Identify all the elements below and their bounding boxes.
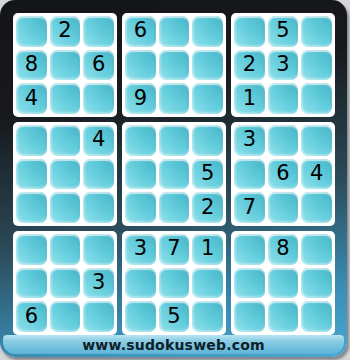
cell-r5c5[interactable]	[159, 159, 190, 190]
cell-r5c9[interactable]: 4	[301, 159, 332, 190]
cell-r3c4[interactable]: 9	[125, 83, 156, 114]
cell-r6c9[interactable]	[301, 192, 332, 223]
cell-r7c1[interactable]	[16, 234, 47, 265]
cell-r6c6[interactable]: 2	[192, 192, 223, 223]
cell-r8c2[interactable]	[50, 268, 81, 299]
cell-r2c9[interactable]	[301, 50, 332, 81]
footer-band: www.sudokusweb.com	[3, 335, 344, 354]
cell-r4c7[interactable]: 3	[234, 125, 265, 156]
box-3-1: 36	[13, 231, 117, 335]
box-2-1: 4	[13, 122, 117, 226]
cell-r9c5[interactable]: 5	[159, 301, 190, 332]
cell-r6c4[interactable]	[125, 192, 156, 223]
cell-r6c7[interactable]: 7	[234, 192, 265, 223]
cell-r2c7[interactable]: 2	[234, 50, 265, 81]
cell-r3c8[interactable]	[268, 83, 299, 114]
cell-r8c6[interactable]	[192, 268, 223, 299]
cell-r5c4[interactable]	[125, 159, 156, 190]
cell-r6c8[interactable]	[268, 192, 299, 223]
cell-r7c2[interactable]	[50, 234, 81, 265]
cell-r8c3[interactable]: 3	[83, 268, 114, 299]
cell-r1c6[interactable]	[192, 16, 223, 47]
cell-r2c6[interactable]	[192, 50, 223, 81]
cell-r8c1[interactable]	[16, 268, 47, 299]
cell-r4c2[interactable]	[50, 125, 81, 156]
cell-r6c2[interactable]	[50, 192, 81, 223]
cell-r9c7[interactable]	[234, 301, 265, 332]
box-2-3: 3647	[231, 122, 335, 226]
cell-r3c1[interactable]: 4	[16, 83, 47, 114]
cell-r9c9[interactable]	[301, 301, 332, 332]
cell-r9c2[interactable]	[50, 301, 81, 332]
cell-r9c1[interactable]: 6	[16, 301, 47, 332]
cell-r8c5[interactable]	[159, 268, 190, 299]
cell-r7c9[interactable]	[301, 234, 332, 265]
cell-r9c6[interactable]	[192, 301, 223, 332]
cell-r1c2[interactable]: 2	[50, 16, 81, 47]
cell-r8c7[interactable]	[234, 268, 265, 299]
cell-r4c6[interactable]	[192, 125, 223, 156]
box-3-2: 3715	[122, 231, 226, 335]
cell-r7c4[interactable]: 3	[125, 234, 156, 265]
cell-r5c3[interactable]	[83, 159, 114, 190]
cell-r1c8[interactable]: 5	[268, 16, 299, 47]
cell-r4c9[interactable]	[301, 125, 332, 156]
cell-r9c3[interactable]	[83, 301, 114, 332]
cell-r7c7[interactable]	[234, 234, 265, 265]
cell-r2c3[interactable]: 6	[83, 50, 114, 81]
cell-r9c4[interactable]	[125, 301, 156, 332]
cell-r6c3[interactable]	[83, 192, 114, 223]
cell-r5c6[interactable]: 5	[192, 159, 223, 190]
cell-r4c5[interactable]	[159, 125, 190, 156]
cell-r5c8[interactable]: 6	[268, 159, 299, 190]
cell-r8c4[interactable]	[125, 268, 156, 299]
website-url: www.sudokusweb.com	[82, 337, 265, 353]
sudoku-board: 286469523145236473637158 www.sudokusweb.…	[0, 0, 347, 357]
cell-r3c5[interactable]	[159, 83, 190, 114]
cell-r1c7[interactable]	[234, 16, 265, 47]
cell-r8c9[interactable]	[301, 268, 332, 299]
cell-r1c4[interactable]: 6	[125, 16, 156, 47]
cell-r2c5[interactable]	[159, 50, 190, 81]
cell-r4c3[interactable]: 4	[83, 125, 114, 156]
cell-r3c7[interactable]: 1	[234, 83, 265, 114]
box-1-3: 5231	[231, 13, 335, 117]
cell-r5c1[interactable]	[16, 159, 47, 190]
cell-r2c2[interactable]	[50, 50, 81, 81]
cell-r4c1[interactable]	[16, 125, 47, 156]
cell-r5c2[interactable]	[50, 159, 81, 190]
cell-r2c8[interactable]: 3	[268, 50, 299, 81]
cell-r1c1[interactable]	[16, 16, 47, 47]
sudoku-grid: 286469523145236473637158	[13, 13, 334, 335]
cell-r5c7[interactable]	[234, 159, 265, 190]
cell-r6c5[interactable]	[159, 192, 190, 223]
cell-r2c1[interactable]: 8	[16, 50, 47, 81]
cell-r3c3[interactable]	[83, 83, 114, 114]
box-1-1: 2864	[13, 13, 117, 117]
cell-r1c9[interactable]	[301, 16, 332, 47]
box-3-3: 8	[231, 231, 335, 335]
cell-r9c8[interactable]	[268, 301, 299, 332]
cell-r7c6[interactable]: 1	[192, 234, 223, 265]
box-1-2: 69	[122, 13, 226, 117]
cell-r6c1[interactable]	[16, 192, 47, 223]
cell-r3c9[interactable]	[301, 83, 332, 114]
cell-r7c8[interactable]: 8	[268, 234, 299, 265]
cell-r7c5[interactable]: 7	[159, 234, 190, 265]
cell-r1c3[interactable]	[83, 16, 114, 47]
cell-r3c6[interactable]	[192, 83, 223, 114]
cell-r1c5[interactable]	[159, 16, 190, 47]
box-2-2: 52	[122, 122, 226, 226]
cell-r4c8[interactable]	[268, 125, 299, 156]
cell-r3c2[interactable]	[50, 83, 81, 114]
cell-r7c3[interactable]	[83, 234, 114, 265]
cell-r4c4[interactable]	[125, 125, 156, 156]
cell-r2c4[interactable]	[125, 50, 156, 81]
cell-r8c8[interactable]	[268, 268, 299, 299]
